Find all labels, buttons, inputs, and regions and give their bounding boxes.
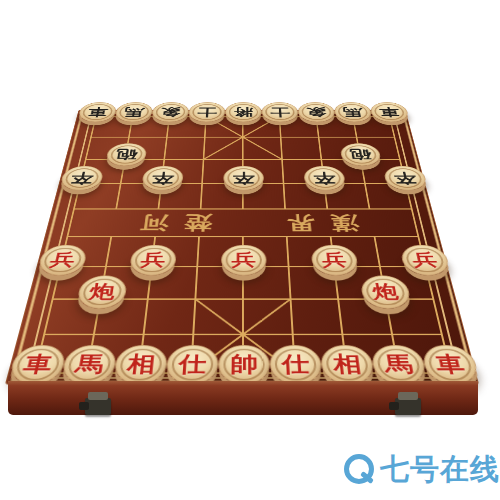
- piece-character: 將: [226, 103, 262, 122]
- piece-character: 兵: [37, 245, 87, 274]
- piece-black-卒[interactable]: 卒: [382, 166, 428, 190]
- piece-character: 卒: [60, 166, 104, 189]
- piece-character: 砲: [340, 144, 381, 166]
- piece-character: 帥: [219, 346, 270, 384]
- piece-red-相[interactable]: 相: [320, 345, 376, 385]
- piece-black-卒[interactable]: 卒: [59, 166, 105, 190]
- piece-black-馬[interactable]: 馬: [114, 102, 154, 122]
- piece-character: 車: [370, 103, 410, 122]
- piece-red-仕[interactable]: 仕: [165, 345, 219, 385]
- piece-black-象[interactable]: 象: [151, 102, 190, 122]
- piece-black-砲[interactable]: 砲: [105, 143, 148, 166]
- piece-character: 車: [8, 346, 66, 384]
- piece-red-兵[interactable]: 兵: [399, 245, 452, 276]
- piece-black-車[interactable]: 車: [77, 102, 118, 122]
- piece-red-車[interactable]: 車: [420, 345, 481, 385]
- river-text-right: 漢界: [271, 211, 361, 234]
- piece-character: 馬: [61, 346, 117, 384]
- magnifier-q-logo-icon: [344, 454, 374, 484]
- piece-character: 兵: [400, 245, 451, 274]
- piece-character: 相: [114, 346, 168, 384]
- piece-character: 炮: [76, 276, 127, 308]
- piece-character: 炮: [360, 276, 411, 308]
- piece-character: 車: [421, 346, 480, 384]
- piece-character: 仕: [166, 346, 218, 384]
- piece-character: 砲: [106, 144, 147, 166]
- piece-black-象[interactable]: 象: [297, 102, 336, 122]
- piece-character: 馬: [371, 346, 427, 384]
- piece-character: 卒: [142, 166, 184, 189]
- river-text-left: 楚河: [123, 211, 213, 234]
- piece-red-炮[interactable]: 炮: [359, 275, 412, 308]
- watermark-text: 七号在线: [380, 454, 500, 484]
- piece-black-卒[interactable]: 卒: [303, 166, 346, 190]
- piece-black-砲[interactable]: 砲: [339, 143, 382, 166]
- piece-character: 馬: [115, 103, 153, 122]
- piece-character: 象: [152, 103, 189, 122]
- piece-character: 兵: [129, 245, 176, 274]
- piece-character: 仕: [270, 346, 322, 384]
- piece-character: 卒: [304, 166, 346, 189]
- piece-character: 兵: [222, 245, 266, 274]
- xiangqi-board: 楚河 漢界 車馬象士將士象馬車砲砲卒卒卒卒卒兵兵兵兵兵炮炮車馬相仕帥仕相馬車: [5, 110, 479, 385]
- piece-red-相[interactable]: 相: [112, 345, 168, 385]
- clasp-right-icon[interactable]: [395, 398, 421, 415]
- piece-character: 象: [298, 103, 335, 122]
- piece-red-兵[interactable]: 兵: [128, 245, 177, 276]
- piece-black-卒[interactable]: 卒: [223, 166, 264, 190]
- piece-red-馬[interactable]: 馬: [60, 345, 118, 385]
- piece-character: 士: [189, 103, 225, 122]
- piece-character: 卒: [224, 166, 263, 189]
- piece-black-馬[interactable]: 馬: [333, 102, 373, 122]
- piece-black-車[interactable]: 車: [369, 102, 410, 122]
- watermark: 七号在线: [344, 454, 500, 484]
- piece-red-仕[interactable]: 仕: [269, 345, 323, 385]
- piece-red-馬[interactable]: 馬: [370, 345, 429, 385]
- clasp-left-icon[interactable]: [85, 398, 111, 415]
- piece-character: 車: [78, 103, 117, 122]
- piece-red-炮[interactable]: 炮: [75, 275, 128, 308]
- piece-red-車[interactable]: 車: [7, 345, 68, 385]
- piece-character: 士: [262, 103, 298, 122]
- piece-character: 兵: [311, 245, 358, 274]
- piece-character: 馬: [334, 103, 372, 122]
- piece-red-兵[interactable]: 兵: [36, 245, 88, 276]
- piece-black-士[interactable]: 士: [261, 102, 299, 122]
- piece-red-兵[interactable]: 兵: [221, 245, 267, 276]
- board-front-edge: [8, 381, 478, 415]
- piece-black-卒[interactable]: 卒: [141, 166, 184, 190]
- piece-red-帥[interactable]: 帥: [218, 345, 271, 385]
- piece-character: 卒: [383, 166, 427, 189]
- piece-black-將[interactable]: 將: [225, 102, 262, 122]
- piece-character: 相: [321, 346, 375, 384]
- piece-black-士[interactable]: 士: [188, 102, 226, 122]
- board-panel: 楚河 漢界 車馬象士將士象馬車砲砲卒卒卒卒卒兵兵兵兵兵炮炮車馬相仕帥仕相馬車: [5, 110, 479, 385]
- piece-red-兵[interactable]: 兵: [310, 245, 359, 276]
